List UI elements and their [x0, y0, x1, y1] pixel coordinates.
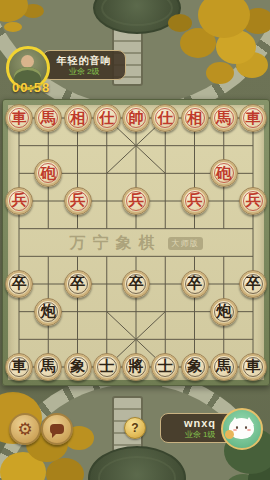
piece-red-file4-rank3[interactable]: 兵	[122, 187, 150, 215]
piece-glyph: 卒	[12, 276, 27, 291]
piece-glyph: 卒	[129, 276, 144, 291]
piece-red-file1-rank2[interactable]: 砲	[34, 159, 62, 187]
chat-button[interactable]	[41, 413, 73, 445]
piece-glyph: 仕	[158, 111, 173, 126]
piece-red-file0-rank0[interactable]: 車	[5, 104, 33, 132]
piece-black-file1-rank9[interactable]: 馬	[34, 353, 62, 381]
bottom-player-avatar[interactable]	[221, 408, 263, 450]
piece-black-file8-rank6[interactable]: 卒	[239, 270, 267, 298]
piece-black-file5-rank9[interactable]: 士	[151, 353, 179, 381]
piece-glyph: 卒	[187, 276, 202, 291]
piece-black-file4-rank9[interactable]: 將	[122, 353, 150, 381]
piece-black-file8-rank9[interactable]: 車	[239, 353, 267, 381]
piece-glyph: 車	[246, 111, 261, 126]
bottom-player-rank: 业余 1级	[185, 430, 216, 439]
piece-glyph: 卒	[246, 276, 261, 291]
piece-glyph: 相	[187, 111, 202, 126]
piece-glyph: 車	[246, 359, 261, 374]
piece-black-file0-rank6[interactable]: 卒	[5, 270, 33, 298]
piece-black-file1-rank7[interactable]: 炮	[34, 298, 62, 326]
piece-glyph: 車	[12, 111, 27, 126]
piece-red-file2-rank0[interactable]: 相	[64, 104, 92, 132]
piece-red-file1-rank0[interactable]: 馬	[34, 104, 62, 132]
pieces-layer: 車馬相仕帥仕相馬車砲砲兵兵兵兵兵卒卒卒卒卒炮炮車馬象士將士象馬車	[4, 104, 267, 381]
piece-red-file2-rank3[interactable]: 兵	[64, 187, 92, 215]
piece-red-file3-rank0[interactable]: 仕	[93, 104, 121, 132]
piece-glyph: 兵	[246, 193, 261, 208]
help-icon: ?	[131, 421, 138, 435]
piece-red-file7-rank0[interactable]: 馬	[210, 104, 238, 132]
piece-black-file4-rank6[interactable]: 卒	[122, 270, 150, 298]
piece-glyph: 炮	[41, 304, 56, 319]
piece-black-file2-rank9[interactable]: 象	[64, 353, 92, 381]
piece-glyph: 馬	[216, 359, 231, 374]
piece-black-file3-rank9[interactable]: 士	[93, 353, 121, 381]
piece-red-file6-rank3[interactable]: 兵	[181, 187, 209, 215]
piece-glyph: 士	[99, 359, 114, 374]
bottom-player-name: wnxq	[184, 418, 216, 429]
piece-red-file8-rank3[interactable]: 兵	[239, 187, 267, 215]
piece-glyph: 仕	[99, 111, 114, 126]
piece-glyph: 車	[12, 359, 27, 374]
piece-glyph: 卒	[70, 276, 85, 291]
piece-black-file6-rank9[interactable]: 象	[181, 353, 209, 381]
piece-glyph: 象	[187, 359, 202, 374]
piece-black-file0-rank9[interactable]: 車	[5, 353, 33, 381]
piece-red-file7-rank2[interactable]: 砲	[210, 159, 238, 187]
chat-bubble-icon	[50, 424, 64, 434]
piece-glyph: 士	[158, 359, 173, 374]
piece-red-file8-rank0[interactable]: 車	[239, 104, 267, 132]
xiangqi-board[interactable]: 万宁象棋 大师版 車馬相仕帥仕相馬車砲砲兵兵兵兵兵卒卒卒卒卒炮炮車馬象士將士象馬…	[2, 99, 270, 386]
piece-glyph: 兵	[70, 193, 85, 208]
piece-glyph: 炮	[216, 304, 231, 319]
piece-glyph: 馬	[41, 111, 56, 126]
gear-icon: ⚙	[17, 421, 32, 438]
piece-black-file7-rank7[interactable]: 炮	[210, 298, 238, 326]
piece-glyph: 象	[70, 359, 85, 374]
piece-red-file6-rank0[interactable]: 相	[181, 104, 209, 132]
piece-red-file4-rank0[interactable]: 帥	[122, 104, 150, 132]
settings-button[interactable]: ⚙	[9, 413, 41, 445]
top-player-timer: 00:58	[12, 80, 50, 95]
piece-black-file7-rank9[interactable]: 馬	[210, 353, 238, 381]
piece-glyph: 相	[70, 111, 85, 126]
piece-glyph: 兵	[187, 193, 202, 208]
help-button[interactable]: ?	[124, 417, 146, 439]
top-player-name: 年轻的音响	[57, 55, 112, 66]
piece-glyph: 將	[129, 359, 144, 374]
top-player-panel: 年轻的音响 业余 2级	[42, 50, 126, 80]
top-player-rank: 业余 2级	[69, 67, 100, 76]
piece-red-file5-rank0[interactable]: 仕	[151, 104, 179, 132]
piece-glyph: 砲	[216, 166, 231, 181]
piece-glyph: 馬	[216, 111, 231, 126]
piece-glyph: 帥	[129, 111, 144, 126]
piece-black-file2-rank6[interactable]: 卒	[64, 270, 92, 298]
piece-glyph: 兵	[12, 193, 27, 208]
piece-red-file0-rank3[interactable]: 兵	[5, 187, 33, 215]
piece-glyph: 兵	[129, 193, 144, 208]
piece-black-file6-rank6[interactable]: 卒	[181, 270, 209, 298]
piece-glyph: 馬	[41, 359, 56, 374]
piece-glyph: 砲	[41, 166, 56, 181]
game-screen: 年轻的音响 业余 2级 00:58 万宁象棋 大师版 車馬相仕帥仕相馬車砲砲兵兵…	[0, 0, 270, 480]
